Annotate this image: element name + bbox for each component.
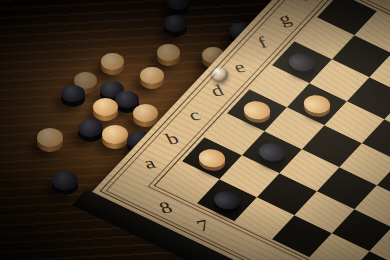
piece-top (209, 188, 245, 213)
piece-top (52, 171, 78, 190)
table-piece-light (133, 104, 158, 127)
piece-top (164, 15, 187, 32)
piece-top (194, 146, 230, 171)
table-piece-dark (52, 171, 78, 195)
dark-man-f8 (284, 50, 320, 75)
piece-top (78, 119, 103, 137)
piece-top (133, 104, 158, 122)
table-piece-light (93, 98, 118, 121)
table-piece-light (37, 128, 63, 152)
photo-checkerboard-scene: abcdefgh 87 (0, 0, 390, 260)
piece-top (254, 140, 290, 165)
table-piece-dark (164, 15, 187, 37)
piece-top (239, 98, 275, 123)
table-piece-light (140, 67, 164, 89)
table-piece-light (101, 53, 124, 75)
piece-top (299, 92, 335, 117)
light-man-d8 (239, 98, 275, 123)
table-piece-dark (61, 85, 85, 107)
piece-top (140, 67, 164, 84)
table-piece-light (102, 125, 128, 149)
piece-top (93, 98, 118, 116)
table-piece-dark (167, 0, 189, 15)
piece-top (101, 53, 124, 70)
table-piece-light (157, 44, 180, 66)
dark-man-a7 (209, 188, 245, 213)
piece-top (157, 44, 180, 61)
dark-man-c7 (254, 140, 290, 165)
piece-top (284, 50, 320, 75)
glass-ball (212, 67, 228, 82)
piece-top (61, 85, 85, 102)
light-man-e7 (299, 92, 335, 117)
light-man-b8 (194, 146, 230, 171)
piece-top (37, 128, 63, 147)
table-piece-dark (78, 119, 103, 142)
piece-top (102, 125, 128, 144)
